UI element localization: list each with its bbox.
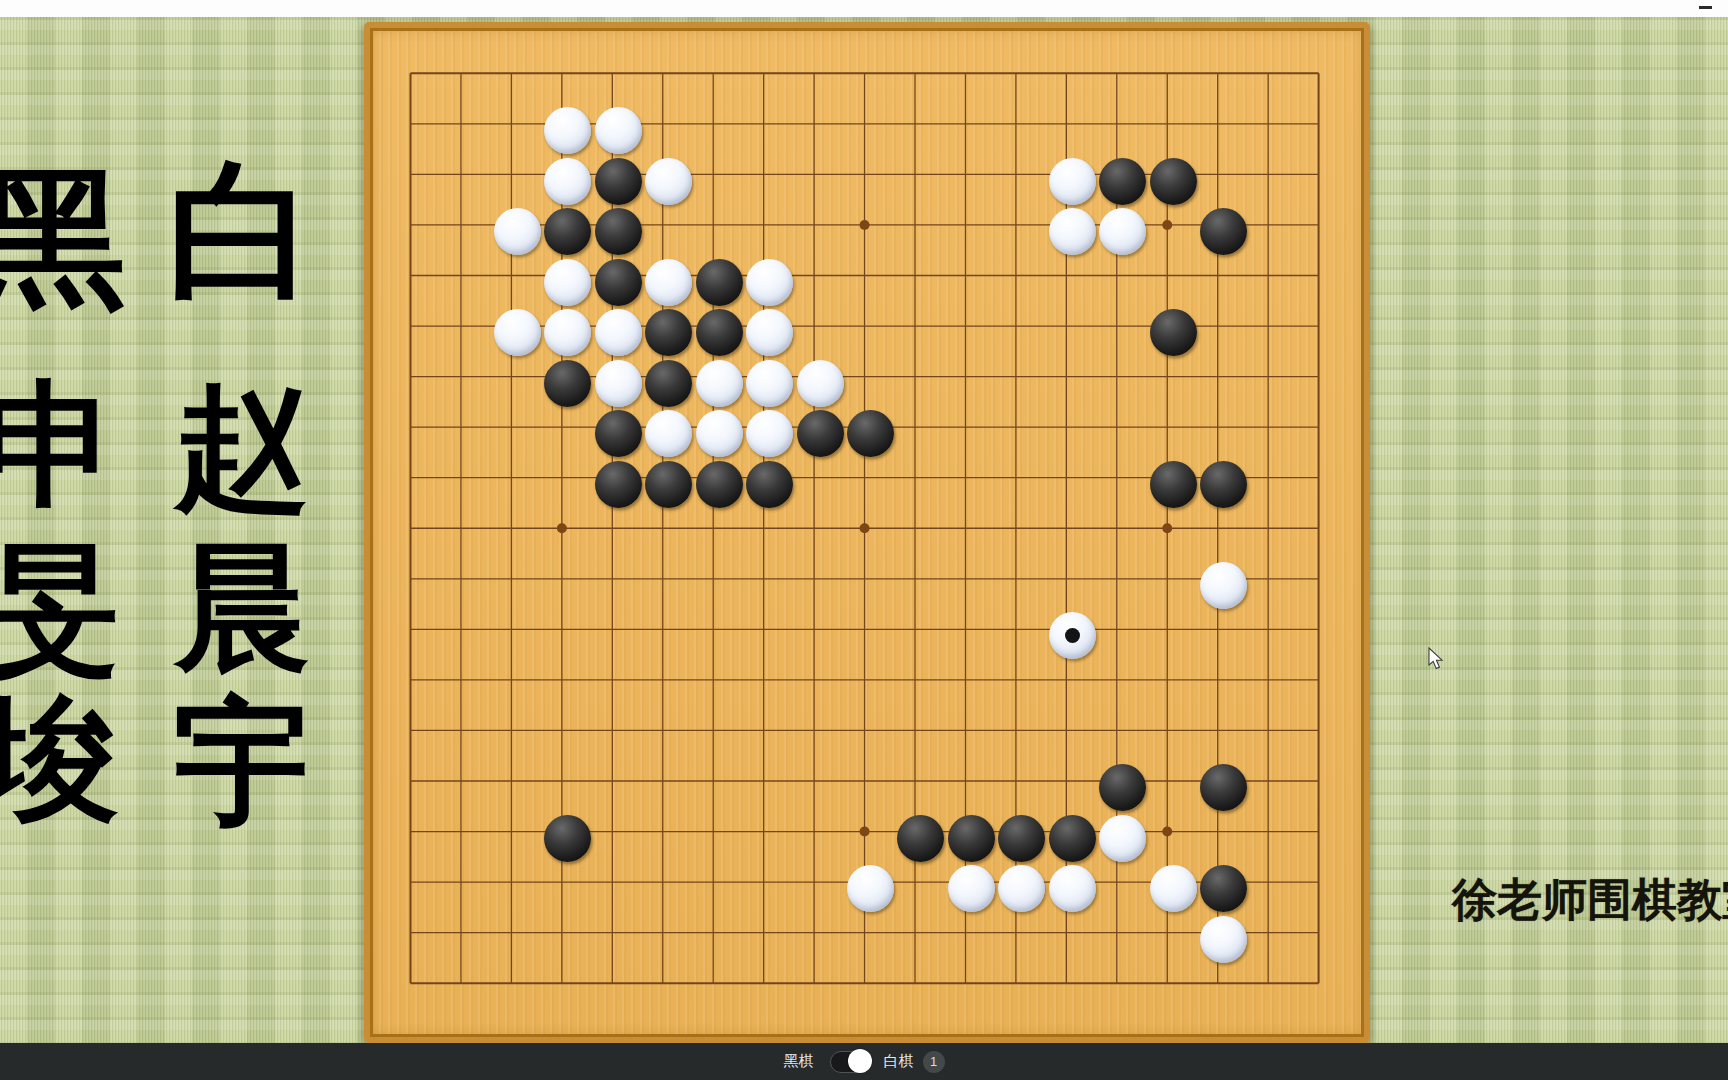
stone-black[interactable] xyxy=(1150,309,1197,356)
stone-white[interactable] xyxy=(746,360,793,407)
white-name-char-1: 赵 xyxy=(166,380,318,516)
stone-black[interactable] xyxy=(645,360,692,407)
stone-white[interactable] xyxy=(746,309,793,356)
stone-white[interactable] xyxy=(696,360,743,407)
stone-black[interactable] xyxy=(1150,158,1197,205)
white-name-char-3: 宇 xyxy=(166,694,318,830)
stone-white[interactable] xyxy=(948,865,995,912)
black-name-char-2: 旻 xyxy=(0,540,128,676)
stone-black[interactable] xyxy=(696,259,743,306)
stone-white[interactable] xyxy=(544,158,591,205)
stone-white[interactable] xyxy=(645,259,692,306)
stone-white[interactable] xyxy=(1099,815,1146,862)
stone-black[interactable] xyxy=(1200,764,1247,811)
stone-white[interactable] xyxy=(645,158,692,205)
stone-white[interactable] xyxy=(595,107,642,154)
stone-black[interactable] xyxy=(544,815,591,862)
stone-black[interactable] xyxy=(746,461,793,508)
white-color-char: 白 xyxy=(166,156,318,306)
stone-black[interactable] xyxy=(1200,865,1247,912)
stone-white[interactable] xyxy=(1049,158,1096,205)
bottom-toolbar: 黑棋 白棋 1 xyxy=(0,1043,1728,1080)
stone-black[interactable] xyxy=(696,309,743,356)
stone-white[interactable] xyxy=(696,410,743,457)
stone-black[interactable] xyxy=(595,158,642,205)
stone-black[interactable] xyxy=(998,815,1045,862)
stone-white[interactable] xyxy=(1049,865,1096,912)
stone-white[interactable] xyxy=(1049,208,1096,255)
stone-white[interactable] xyxy=(645,410,692,457)
stone-white[interactable] xyxy=(1150,865,1197,912)
stone-black[interactable] xyxy=(595,461,642,508)
stone-black[interactable] xyxy=(847,410,894,457)
stone-black[interactable] xyxy=(595,208,642,255)
stone-white[interactable] xyxy=(1200,562,1247,609)
stone-white[interactable] xyxy=(1099,208,1146,255)
last-move-marker xyxy=(1065,628,1080,643)
stone-black[interactable] xyxy=(544,360,591,407)
stone-white[interactable] xyxy=(847,865,894,912)
stone-black[interactable] xyxy=(1049,815,1096,862)
stone-white[interactable] xyxy=(544,107,591,154)
stone-white[interactable] xyxy=(494,208,541,255)
black-name-char-3: 埈 xyxy=(0,692,128,828)
stone-black[interactable] xyxy=(544,208,591,255)
stone-black[interactable] xyxy=(1099,158,1146,205)
white-name-char-2: 晨 xyxy=(166,540,318,676)
minimize-button[interactable] xyxy=(1699,6,1712,9)
stone-white[interactable] xyxy=(595,360,642,407)
stone-white[interactable] xyxy=(595,309,642,356)
stone-white[interactable] xyxy=(544,259,591,306)
stone-black[interactable] xyxy=(948,815,995,862)
watermark-text: 徐老师围棋教室 xyxy=(1452,870,1728,930)
black-name-char-1: 申 xyxy=(0,377,128,513)
stone-black[interactable] xyxy=(645,309,692,356)
mouse-cursor-icon xyxy=(1427,647,1449,675)
stone-black[interactable] xyxy=(595,410,642,457)
stone-black[interactable] xyxy=(1200,461,1247,508)
black-stones-label[interactable]: 黑棋 xyxy=(784,1052,814,1071)
stone-black[interactable] xyxy=(645,461,692,508)
stone-grid[interactable] xyxy=(391,55,1349,1015)
stone-white[interactable] xyxy=(797,360,844,407)
stone-black[interactable] xyxy=(1150,461,1197,508)
stone-white[interactable] xyxy=(746,259,793,306)
stone-white[interactable] xyxy=(998,865,1045,912)
stone-black[interactable] xyxy=(696,461,743,508)
toggle-knob-icon[interactable] xyxy=(848,1049,872,1073)
white-stones-label[interactable]: 白棋 xyxy=(884,1052,914,1071)
stone-white[interactable] xyxy=(494,309,541,356)
stone-white[interactable] xyxy=(1200,916,1247,963)
stone-white[interactable] xyxy=(746,410,793,457)
white-count-badge: 1 xyxy=(923,1051,945,1073)
color-toggle[interactable] xyxy=(830,1051,870,1073)
stone-white[interactable] xyxy=(1049,612,1096,659)
stone-black[interactable] xyxy=(1200,208,1247,255)
window-titlebar xyxy=(0,0,1728,17)
black-color-char: 黑 xyxy=(0,163,128,313)
stone-black[interactable] xyxy=(797,410,844,457)
go-board[interactable] xyxy=(364,22,1370,1043)
stone-black[interactable] xyxy=(595,259,642,306)
stone-black[interactable] xyxy=(897,815,944,862)
stone-white[interactable] xyxy=(544,309,591,356)
stone-black[interactable] xyxy=(1099,764,1146,811)
